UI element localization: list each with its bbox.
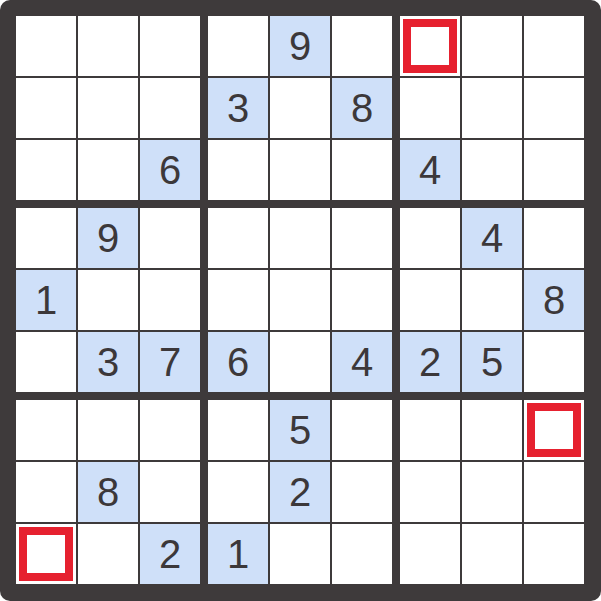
cell-r8c5: 2: [270, 462, 330, 522]
cell-r5c8[interactable]: [462, 270, 522, 330]
cell-r2c8[interactable]: [462, 78, 522, 138]
cell-r7c3[interactable]: [140, 400, 200, 460]
cell-r4c7[interactable]: [400, 208, 460, 268]
cell-r3c2[interactable]: [78, 140, 138, 200]
cell-r9c8[interactable]: [462, 524, 522, 584]
cell-r1c9[interactable]: [524, 16, 584, 76]
cell-r6c5[interactable]: [270, 332, 330, 392]
cell-r2c5[interactable]: [270, 78, 330, 138]
cell-r4c2: 9: [78, 208, 138, 268]
cell-r3c5[interactable]: [270, 140, 330, 200]
cell-r8c2: 8: [78, 462, 138, 522]
cell-r1c1[interactable]: [16, 16, 76, 76]
cell-r4c9[interactable]: [524, 208, 584, 268]
cell-r7c2[interactable]: [78, 400, 138, 460]
cell-r2c4: 3: [208, 78, 268, 138]
cell-r9c9[interactable]: [524, 524, 584, 584]
cell-r7c8[interactable]: [462, 400, 522, 460]
cell-r6c9[interactable]: [524, 332, 584, 392]
cell-r5c2[interactable]: [78, 270, 138, 330]
cell-r4c8: 4: [462, 208, 522, 268]
cell-r4c6[interactable]: [332, 208, 392, 268]
cell-r1c5: 9: [270, 16, 330, 76]
cell-r7c6[interactable]: [332, 400, 392, 460]
cell-r8c8[interactable]: [462, 462, 522, 522]
sudoku-board: 93864941837642558221: [0, 0, 601, 601]
cell-r7c5: 5: [270, 400, 330, 460]
cell-r9c7[interactable]: [400, 524, 460, 584]
cell-r2c3[interactable]: [140, 78, 200, 138]
cell-r7c1[interactable]: [16, 400, 76, 460]
cell-r3c1[interactable]: [16, 140, 76, 200]
cell-r3c7: 4: [400, 140, 460, 200]
cell-r2c2[interactable]: [78, 78, 138, 138]
cell-r7c9[interactable]: [524, 400, 584, 460]
cell-r2c1[interactable]: [16, 78, 76, 138]
cell-r8c7[interactable]: [400, 462, 460, 522]
cell-r1c2[interactable]: [78, 16, 138, 76]
cell-r8c4[interactable]: [208, 462, 268, 522]
cell-r4c3[interactable]: [140, 208, 200, 268]
cell-r8c3[interactable]: [140, 462, 200, 522]
cell-r5c6[interactable]: [332, 270, 392, 330]
cell-r4c1[interactable]: [16, 208, 76, 268]
cell-r5c5[interactable]: [270, 270, 330, 330]
cell-r3c4[interactable]: [208, 140, 268, 200]
cell-r9c1[interactable]: [16, 524, 76, 584]
cell-r5c3[interactable]: [140, 270, 200, 330]
cell-r5c4[interactable]: [208, 270, 268, 330]
cell-r8c6[interactable]: [332, 462, 392, 522]
cell-r6c3: 7: [140, 332, 200, 392]
cell-r2c7[interactable]: [400, 78, 460, 138]
sudoku-board-grid: 93864941837642558221: [16, 16, 584, 584]
cell-r8c1[interactable]: [16, 462, 76, 522]
cell-r7c7[interactable]: [400, 400, 460, 460]
cell-r4c5[interactable]: [270, 208, 330, 268]
cell-r3c3: 6: [140, 140, 200, 200]
cell-r7c4[interactable]: [208, 400, 268, 460]
cell-r3c6[interactable]: [332, 140, 392, 200]
cell-r9c3: 2: [140, 524, 200, 584]
cell-r4c4[interactable]: [208, 208, 268, 268]
cell-r1c4[interactable]: [208, 16, 268, 76]
cell-r3c8[interactable]: [462, 140, 522, 200]
cell-r3c9[interactable]: [524, 140, 584, 200]
cell-r9c6[interactable]: [332, 524, 392, 584]
cell-r9c2[interactable]: [78, 524, 138, 584]
cell-r6c2: 3: [78, 332, 138, 392]
cell-r6c1[interactable]: [16, 332, 76, 392]
cell-r6c4: 6: [208, 332, 268, 392]
cell-r6c8: 5: [462, 332, 522, 392]
cell-r9c5[interactable]: [270, 524, 330, 584]
cell-r2c6: 8: [332, 78, 392, 138]
cell-r6c6: 4: [332, 332, 392, 392]
cell-r2c9[interactable]: [524, 78, 584, 138]
cell-r8c9[interactable]: [524, 462, 584, 522]
cell-r5c1: 1: [16, 270, 76, 330]
cell-r9c4: 1: [208, 524, 268, 584]
cell-r5c9: 8: [524, 270, 584, 330]
cell-r5c7[interactable]: [400, 270, 460, 330]
cell-r1c8[interactable]: [462, 16, 522, 76]
cell-r1c3[interactable]: [140, 16, 200, 76]
cell-r1c7[interactable]: [400, 16, 460, 76]
cell-r1c6[interactable]: [332, 16, 392, 76]
cell-r6c7: 2: [400, 332, 460, 392]
